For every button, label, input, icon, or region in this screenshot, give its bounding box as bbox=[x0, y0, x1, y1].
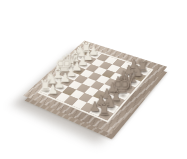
chess-board: ♜♟♟♜♞♟♟♞♝♟♟♝♛♟♟♛♚♟♟♚♝♟♟♝♞♟♟♞♜♟♟♜ bbox=[23, 40, 167, 133]
piece-shadow bbox=[55, 85, 66, 91]
piece-shadow bbox=[117, 92, 128, 99]
piece-shadow bbox=[47, 82, 58, 88]
piece-shadow bbox=[102, 95, 113, 102]
piece-shadow bbox=[128, 80, 139, 86]
board-frame: ♜♟♟♜♞♟♟♞♝♟♟♝♛♟♟♛♚♟♟♚♝♟♟♝♞♟♟♞♜♟♟♜ bbox=[23, 40, 167, 133]
piece-shadow bbox=[99, 111, 111, 118]
product-photo-scene: ♜♟♟♜♞♟♟♞♝♟♟♝♛♟♟♛♚♟♟♚♝♟♟♝♞♟♟♞♜♟♟♜ bbox=[0, 0, 187, 159]
piece-shadow bbox=[67, 73, 78, 79]
